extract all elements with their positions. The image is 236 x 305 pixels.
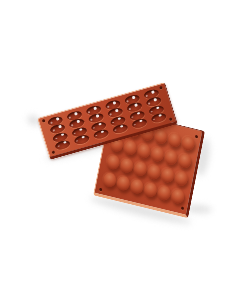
product-photo	[0, 0, 236, 305]
mold-dome	[176, 152, 191, 169]
mold-dome	[180, 135, 195, 152]
mold-dome	[170, 188, 185, 205]
mold-dome	[173, 170, 188, 187]
corner-hole	[51, 150, 55, 154]
corner-hole	[169, 117, 173, 121]
corner-hole	[195, 135, 198, 139]
dome-cell	[169, 186, 186, 207]
corner-hole	[99, 188, 102, 192]
corner-hole	[181, 206, 184, 210]
corner-hole	[159, 86, 163, 90]
